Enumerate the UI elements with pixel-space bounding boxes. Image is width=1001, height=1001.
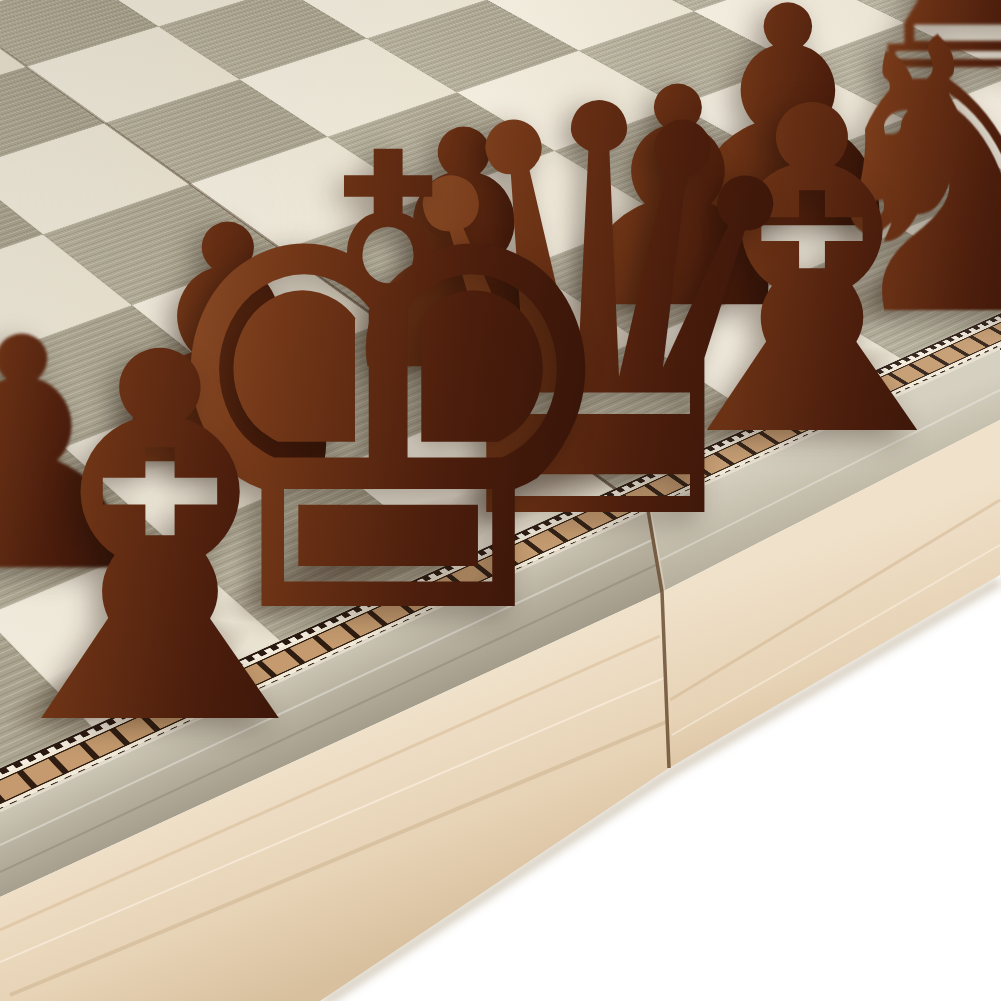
pieces-layer: ♟♝♟♚♟♛♟♟♝♞♜ — [0, 0, 1001, 1001]
chess-set-photo: ♟♝♟♚♟♛♟♟♝♞♜ — [0, 0, 1001, 1001]
piece-bishop-f8[interactable]: ♝ — [0, 289, 387, 796]
